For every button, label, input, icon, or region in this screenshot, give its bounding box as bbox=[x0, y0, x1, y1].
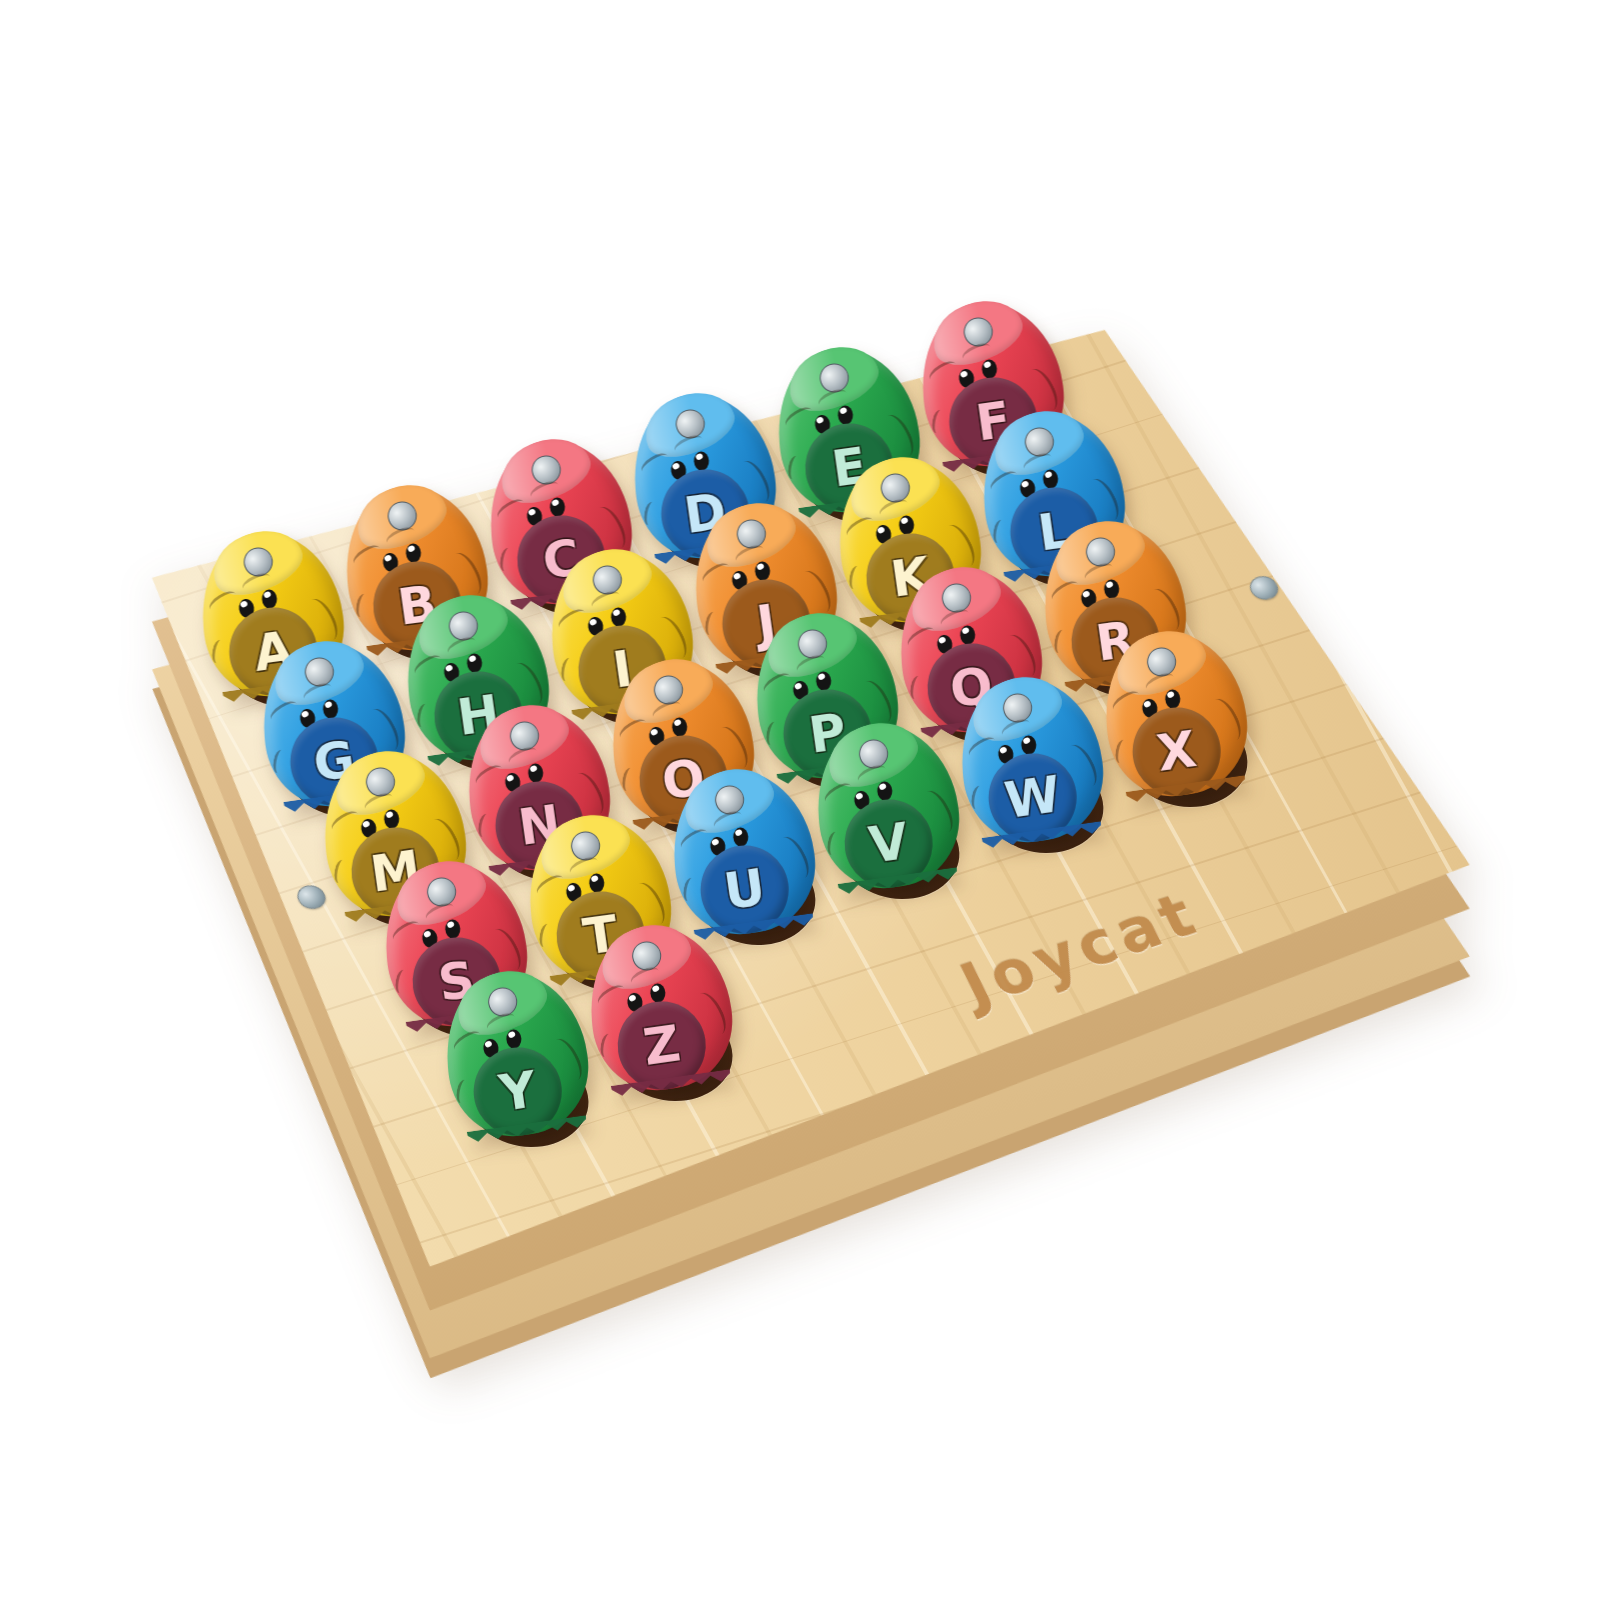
block-letter: W bbox=[1002, 769, 1064, 826]
letter-block-U[interactable]: U bbox=[679, 769, 819, 933]
metal-stud-icon bbox=[1245, 573, 1282, 603]
letter-block-X[interactable]: X bbox=[1111, 631, 1251, 795]
board-plane: Joycat A bbox=[175, 345, 1345, 1171]
block-letter: V bbox=[866, 816, 911, 871]
block-letter: U bbox=[721, 862, 768, 917]
block-letter: Y bbox=[496, 1064, 539, 1119]
block-letter: X bbox=[1154, 724, 1199, 779]
letter-block-W[interactable]: W bbox=[967, 677, 1107, 841]
block-letter: Z bbox=[640, 1018, 683, 1073]
letter-block-V[interactable]: V bbox=[823, 723, 963, 887]
letter-block-Z[interactable]: Z bbox=[596, 925, 736, 1089]
letter-block-Y[interactable]: Y bbox=[452, 971, 592, 1135]
